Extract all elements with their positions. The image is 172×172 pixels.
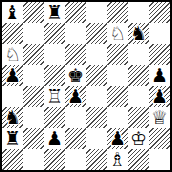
square-b5[interactable]	[23, 65, 44, 86]
square-f6[interactable]	[107, 44, 128, 65]
square-c4[interactable]: ♖	[44, 86, 65, 107]
white-rook-c4[interactable]: ♖	[46, 86, 63, 107]
black-king-d5[interactable]: ♚	[67, 65, 84, 86]
square-e8[interactable]	[86, 2, 107, 23]
square-h6[interactable]	[149, 44, 170, 65]
square-c5[interactable]	[44, 65, 65, 86]
square-a2[interactable]: ♜	[2, 128, 23, 149]
square-a6[interactable]: ♘	[2, 44, 23, 65]
square-f7[interactable]: ♘	[107, 23, 128, 44]
square-f5[interactable]	[107, 65, 128, 86]
square-b4[interactable]	[23, 86, 44, 107]
square-b8[interactable]	[23, 2, 44, 23]
square-h3[interactable]: ♕	[149, 107, 170, 128]
white-king-g2[interactable]: ♔	[130, 128, 147, 149]
square-c2[interactable]: ♟	[44, 128, 65, 149]
black-pawn-f2[interactable]: ♟	[109, 128, 126, 149]
square-c6[interactable]	[44, 44, 65, 65]
square-c1[interactable]	[44, 149, 65, 170]
square-f4[interactable]	[107, 86, 128, 107]
square-e6[interactable]	[86, 44, 107, 65]
square-g6[interactable]	[128, 44, 149, 65]
black-rook-c8[interactable]: ♜	[46, 2, 63, 23]
square-f2[interactable]: ♟	[107, 128, 128, 149]
black-pawn-c2[interactable]: ♟	[46, 128, 63, 149]
square-d5[interactable]: ♚	[65, 65, 86, 86]
square-g3[interactable]	[128, 107, 149, 128]
square-h5[interactable]: ♟	[149, 65, 170, 86]
square-h7[interactable]	[149, 23, 170, 44]
white-knight-a6[interactable]: ♘	[4, 44, 21, 65]
black-rook-a2[interactable]: ♜	[4, 128, 21, 149]
square-g2[interactable]: ♔	[128, 128, 149, 149]
square-e1[interactable]	[86, 149, 107, 170]
square-a5[interactable]: ♟	[2, 65, 23, 86]
black-bishop-a8[interactable]: ♝	[4, 2, 21, 23]
square-a3[interactable]: ♞	[2, 107, 23, 128]
black-pawn-h4[interactable]: ♟	[151, 86, 168, 107]
black-pawn-d4[interactable]: ♟	[67, 86, 84, 107]
square-h4[interactable]: ♟	[149, 86, 170, 107]
square-e5[interactable]	[86, 65, 107, 86]
square-a8[interactable]: ♝	[2, 2, 23, 23]
square-h2[interactable]	[149, 128, 170, 149]
square-e4[interactable]	[86, 86, 107, 107]
square-a1[interactable]	[2, 149, 23, 170]
square-a4[interactable]	[2, 86, 23, 107]
square-e7[interactable]	[86, 23, 107, 44]
square-b3[interactable]	[23, 107, 44, 128]
square-d7[interactable]	[65, 23, 86, 44]
black-knight-g7[interactable]: ♞	[130, 23, 147, 44]
square-b1[interactable]	[23, 149, 44, 170]
square-h1[interactable]	[149, 149, 170, 170]
square-f1[interactable]: ♗	[107, 149, 128, 170]
square-c3[interactable]	[44, 107, 65, 128]
black-pawn-a5[interactable]: ♟	[4, 65, 21, 86]
square-d2[interactable]	[65, 128, 86, 149]
white-bishop-f1[interactable]: ♗	[109, 149, 126, 170]
square-b2[interactable]	[23, 128, 44, 149]
square-g5[interactable]	[128, 65, 149, 86]
square-g7[interactable]: ♞	[128, 23, 149, 44]
black-knight-a3[interactable]: ♞	[4, 107, 21, 128]
square-d3[interactable]	[65, 107, 86, 128]
square-f8[interactable]	[107, 2, 128, 23]
square-g8[interactable]	[128, 2, 149, 23]
square-h8[interactable]	[149, 2, 170, 23]
square-d1[interactable]	[65, 149, 86, 170]
square-c7[interactable]	[44, 23, 65, 44]
square-f3[interactable]	[107, 107, 128, 128]
square-e2[interactable]	[86, 128, 107, 149]
square-d8[interactable]	[65, 2, 86, 23]
black-pawn-h5[interactable]: ♟	[151, 65, 168, 86]
square-c8[interactable]: ♜	[44, 2, 65, 23]
white-knight-f7[interactable]: ♘	[109, 23, 126, 44]
square-g1[interactable]	[128, 149, 149, 170]
square-a7[interactable]	[2, 23, 23, 44]
square-d4[interactable]: ♟	[65, 86, 86, 107]
square-d6[interactable]	[65, 44, 86, 65]
square-e3[interactable]	[86, 107, 107, 128]
white-queen-h3[interactable]: ♕	[151, 107, 168, 128]
square-b7[interactable]	[23, 23, 44, 44]
square-g4[interactable]	[128, 86, 149, 107]
square-b6[interactable]	[23, 44, 44, 65]
chess-board: ♝♜♘♞♘♟♚♟♖♟♟♞♕♜♟♟♔♗	[0, 0, 172, 172]
